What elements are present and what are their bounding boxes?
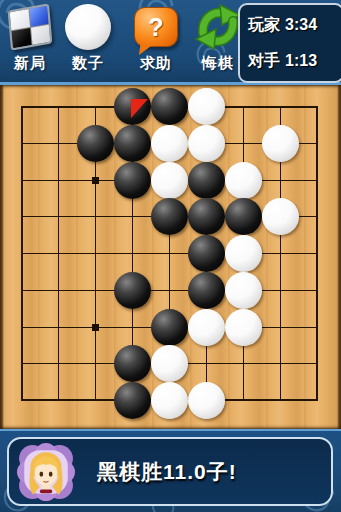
question-mark-glyph: ? [148,15,163,40]
stone-white [188,125,225,162]
stone-white [188,309,225,346]
stone-black [114,345,151,382]
star-point [92,324,99,331]
stone-black [114,125,151,162]
stone-white [262,198,299,235]
stone-black [225,198,262,235]
opponent-timer-label: 对手 [248,52,280,69]
help-question-bubble-icon: ? [134,2,178,52]
player-timer-value: 3:34 [285,16,317,33]
avatar [17,443,75,501]
stone-black [151,88,188,125]
stone-black [114,382,151,419]
result-message: 黑棋胜11.0子! [97,458,237,486]
player-timer: 玩家3:34 [248,15,341,36]
stone-black [114,272,151,309]
result-panel: 黑棋胜11.0子! [7,437,333,506]
goban-board [0,85,341,429]
stone-black [151,309,188,346]
stone-white [262,125,299,162]
checker-gray-quad [31,24,51,45]
toolbar: 新局 数子 ? 求助 [0,0,341,85]
stone-white [151,345,188,382]
new-game-label: 新局 [14,54,46,73]
last-move-marker [131,99,148,118]
goban-grid[interactable] [21,106,318,401]
stone-white [151,382,188,419]
opponent-timer-value: 1:13 [285,52,317,69]
stone-black [188,272,225,309]
count-white-stone-icon [65,2,111,52]
star-point [92,177,99,184]
speech-bubble-icon: ? [134,7,178,47]
checker-white-quad [10,9,30,30]
help-button[interactable]: ? 求助 [128,2,184,73]
girl-avatar-icon [17,443,75,501]
undo-label: 悔棋 [202,54,234,73]
grid-line-horizontal [21,290,318,291]
stone-white [225,272,262,309]
stone-black [114,88,151,125]
checkerboard-icon [8,3,53,50]
stone-black [151,198,188,235]
stone-white [225,309,262,346]
refresh-arrows-icon [195,4,241,50]
stone-black [188,162,225,199]
grid-line-vertical [316,106,318,401]
player-timer-label: 玩家 [248,16,280,33]
stone-white [188,88,225,125]
timer-panel: 玩家3:34 对手1:13 [238,3,341,83]
new-game-checker-icon [9,2,51,52]
new-game-button[interactable]: 新局 [5,2,55,73]
checker-black-quad [11,28,31,49]
stone-white [225,162,262,199]
stone-black [114,162,151,199]
screen: 新局 数子 ? 求助 [0,0,341,512]
undo-green-arrows-icon [195,2,241,52]
count-button[interactable]: 数子 [62,2,114,73]
white-stone-icon [65,4,111,50]
stone-white [188,382,225,419]
stone-black [188,235,225,272]
avatar-girl-face [29,452,62,494]
count-label: 数子 [72,54,104,73]
status-bar: 黑棋胜11.0子! [0,429,341,512]
stone-white [151,162,188,199]
stone-black [188,198,225,235]
stone-black [77,125,114,162]
grid-line-horizontal [21,253,318,254]
opponent-timer: 对手1:13 [248,51,341,72]
help-label: 求助 [140,54,172,73]
checker-blue-quad [29,6,49,27]
stone-white [225,235,262,272]
stone-white [151,125,188,162]
